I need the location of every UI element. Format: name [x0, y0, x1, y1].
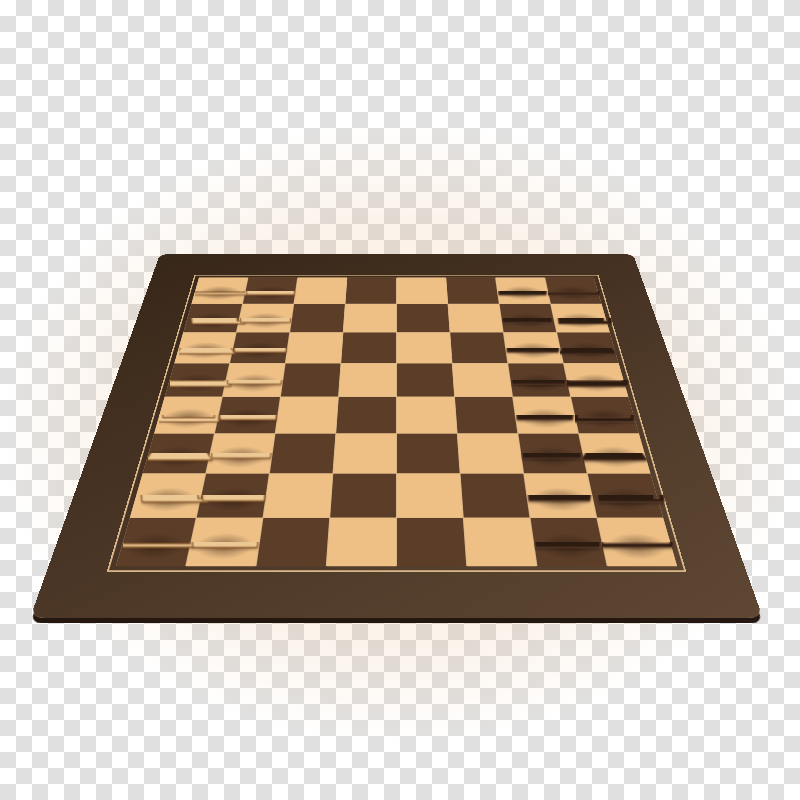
square-d5	[397, 397, 457, 433]
square-e5	[397, 363, 454, 396]
square-f4	[341, 333, 396, 363]
square-h5	[397, 278, 448, 304]
square-a5	[397, 518, 466, 566]
square-c5	[397, 434, 460, 474]
square-d4	[336, 397, 396, 433]
square-g4	[343, 304, 396, 332]
square-f5	[397, 333, 452, 363]
square-g5	[397, 304, 450, 332]
square-e4	[339, 363, 396, 396]
transparent-background: ♜♟♟♜♞♟♟♞♝♟♟♝♚♟♟♚♛♟♟♛♝♟♟♝♞♟♟♞♜♟♟♜	[0, 0, 800, 800]
square-a2: ♟	[186, 518, 262, 566]
square-b5	[397, 474, 463, 518]
playing-area: ♜♟♟♜♞♟♟♞♝♟♟♝♚♟♟♚♛♟♟♛♝♟♟♝♞♟♟♞♜♟♟♜	[116, 278, 677, 567]
white-pawn-icon: ♟	[176, 454, 274, 563]
square-a4	[327, 518, 396, 566]
square-b4	[330, 474, 396, 518]
square-c4	[333, 434, 396, 474]
square-h4	[346, 278, 397, 304]
chess-board: ♜♟♟♜♞♟♟♞♝♟♟♝♚♟♟♚♛♟♟♛♝♟♟♝♞♟♟♞♜♟♟♜	[30, 254, 763, 618]
square-a8: ♜	[597, 518, 677, 566]
